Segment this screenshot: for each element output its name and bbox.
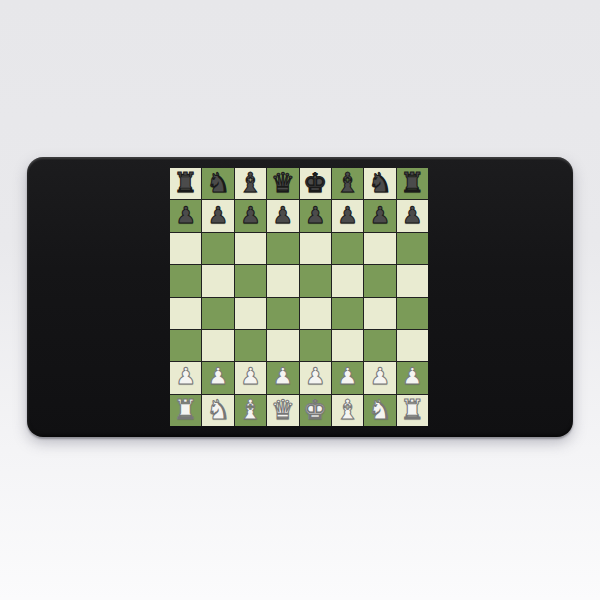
white-bishop-icon: ♝ <box>238 396 262 423</box>
white-pawn-icon: ♟ <box>305 365 326 388</box>
mouse-pad-mat: ♜♞♝♛♚♝♞♜♟♟♟♟♟♟♟♟♟♟♟♟♟♟♟♟♜♞♝♛♚♝♞♜ <box>27 157 573 437</box>
square-a6 <box>170 233 201 264</box>
white-pawn-icon: ♟ <box>402 365 423 388</box>
black-bishop-icon: ♝ <box>238 169 262 196</box>
white-king-icon: ♚ <box>303 396 327 423</box>
square-e8: ♚ <box>300 168 331 199</box>
black-rook-icon: ♜ <box>174 169 198 196</box>
square-h1: ♜ <box>397 395 428 426</box>
black-pawn-icon: ♟ <box>305 204 326 227</box>
square-e4 <box>300 298 331 329</box>
square-e7: ♟ <box>300 200 331 231</box>
square-f2: ♟ <box>332 362 363 393</box>
square-d8: ♛ <box>267 168 298 199</box>
square-f6 <box>332 233 363 264</box>
square-f7: ♟ <box>332 200 363 231</box>
square-g3 <box>364 330 395 361</box>
square-f8: ♝ <box>332 168 363 199</box>
chess-board: ♜♞♝♛♚♝♞♜♟♟♟♟♟♟♟♟♟♟♟♟♟♟♟♟♜♞♝♛♚♝♞♜ <box>170 168 428 426</box>
square-h2: ♟ <box>397 362 428 393</box>
square-b4 <box>202 298 233 329</box>
square-f3 <box>332 330 363 361</box>
square-h3 <box>397 330 428 361</box>
white-pawn-icon: ♟ <box>273 365 294 388</box>
white-knight-icon: ♞ <box>368 396 392 423</box>
square-f4 <box>332 298 363 329</box>
white-rook-icon: ♜ <box>174 396 198 423</box>
black-queen-icon: ♛ <box>271 169 295 196</box>
square-c8: ♝ <box>235 168 266 199</box>
square-c1: ♝ <box>235 395 266 426</box>
square-b1: ♞ <box>202 395 233 426</box>
square-c6 <box>235 233 266 264</box>
black-pawn-icon: ♟ <box>402 204 423 227</box>
square-h6 <box>397 233 428 264</box>
white-queen-icon: ♛ <box>271 396 295 423</box>
square-d7: ♟ <box>267 200 298 231</box>
square-g5 <box>364 265 395 296</box>
product-photo-background: ♜♞♝♛♚♝♞♜♟♟♟♟♟♟♟♟♟♟♟♟♟♟♟♟♜♞♝♛♚♝♞♜ <box>0 0 600 600</box>
square-d1: ♛ <box>267 395 298 426</box>
black-pawn-icon: ♟ <box>337 204 358 227</box>
square-h5 <box>397 265 428 296</box>
white-pawn-icon: ♟ <box>175 365 196 388</box>
square-a8: ♜ <box>170 168 201 199</box>
square-a7: ♟ <box>170 200 201 231</box>
white-bishop-icon: ♝ <box>335 396 359 423</box>
square-b6 <box>202 233 233 264</box>
square-b7: ♟ <box>202 200 233 231</box>
square-c4 <box>235 298 266 329</box>
black-rook-icon: ♜ <box>400 169 424 196</box>
square-c2: ♟ <box>235 362 266 393</box>
black-knight-icon: ♞ <box>368 169 392 196</box>
square-h7: ♟ <box>397 200 428 231</box>
black-knight-icon: ♞ <box>206 169 230 196</box>
square-e5 <box>300 265 331 296</box>
square-b5 <box>202 265 233 296</box>
square-d4 <box>267 298 298 329</box>
square-e2: ♟ <box>300 362 331 393</box>
white-pawn-icon: ♟ <box>240 365 261 388</box>
square-d6 <box>267 233 298 264</box>
square-g7: ♟ <box>364 200 395 231</box>
black-pawn-icon: ♟ <box>273 204 294 227</box>
square-a5 <box>170 265 201 296</box>
square-c3 <box>235 330 266 361</box>
square-c7: ♟ <box>235 200 266 231</box>
square-a1: ♜ <box>170 395 201 426</box>
square-e6 <box>300 233 331 264</box>
square-a4 <box>170 298 201 329</box>
square-d3 <box>267 330 298 361</box>
black-pawn-icon: ♟ <box>175 204 196 227</box>
square-e1: ♚ <box>300 395 331 426</box>
white-pawn-icon: ♟ <box>370 365 391 388</box>
square-h4 <box>397 298 428 329</box>
square-g6 <box>364 233 395 264</box>
black-pawn-icon: ♟ <box>370 204 391 227</box>
black-pawn-icon: ♟ <box>208 204 229 227</box>
square-f1: ♝ <box>332 395 363 426</box>
black-pawn-icon: ♟ <box>240 204 261 227</box>
black-king-icon: ♚ <box>303 169 327 196</box>
square-a2: ♟ <box>170 362 201 393</box>
square-f5 <box>332 265 363 296</box>
square-g1: ♞ <box>364 395 395 426</box>
square-b2: ♟ <box>202 362 233 393</box>
white-pawn-icon: ♟ <box>337 365 358 388</box>
square-d2: ♟ <box>267 362 298 393</box>
square-a3 <box>170 330 201 361</box>
square-g2: ♟ <box>364 362 395 393</box>
black-bishop-icon: ♝ <box>335 169 359 196</box>
square-e3 <box>300 330 331 361</box>
square-d5 <box>267 265 298 296</box>
square-g8: ♞ <box>364 168 395 199</box>
white-knight-icon: ♞ <box>206 396 230 423</box>
white-rook-icon: ♜ <box>400 396 424 423</box>
square-h8: ♜ <box>397 168 428 199</box>
square-c5 <box>235 265 266 296</box>
square-g4 <box>364 298 395 329</box>
square-b3 <box>202 330 233 361</box>
white-pawn-icon: ♟ <box>208 365 229 388</box>
square-b8: ♞ <box>202 168 233 199</box>
